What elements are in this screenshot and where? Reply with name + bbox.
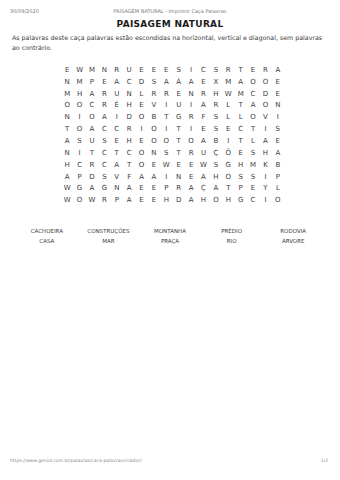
grid-cell: H <box>61 159 73 171</box>
grid-cell: X <box>210 76 222 88</box>
grid-cell: O <box>185 135 197 147</box>
word-item: CACHOEIRA <box>16 227 78 237</box>
grid-cell: N <box>61 76 73 88</box>
grid-cell: N <box>61 111 73 123</box>
grid-cell: E <box>148 159 160 171</box>
grid-cell: T <box>111 147 123 159</box>
grid-cell: M <box>247 159 259 171</box>
grid-cell: O <box>86 111 98 123</box>
grid-cell: A <box>247 100 259 112</box>
grid-cell: I <box>185 123 197 135</box>
word-column: PRÉDIORIO <box>201 227 263 247</box>
grid-cell: S <box>173 64 185 76</box>
grid-cell: E <box>160 64 172 76</box>
grid-cell: N <box>173 171 185 183</box>
word-item: ÁRVORE <box>262 237 324 247</box>
grid-cell: S <box>247 147 259 159</box>
grid-cell: E <box>148 182 160 194</box>
grid-cell: N <box>148 147 160 159</box>
grid-cell: N <box>111 182 123 194</box>
grid-cell: R <box>148 88 160 100</box>
grid-cell: U <box>197 147 209 159</box>
grid-cell: B <box>148 111 160 123</box>
grid-cell: N <box>272 100 284 112</box>
grid-cell: E <box>222 123 234 135</box>
grid-cell: H <box>123 100 135 112</box>
grid-cell: A <box>234 76 246 88</box>
grid-cell: A <box>185 182 197 194</box>
word-column: RODOVIAÁRVORE <box>262 227 324 247</box>
grid-cell: T <box>61 123 73 135</box>
grid-cell: S <box>148 76 160 88</box>
grid-cell: E <box>272 135 284 147</box>
grid-cell: C <box>98 123 110 135</box>
grid-cell: V <box>259 111 271 123</box>
grid-cell: E <box>185 171 197 183</box>
word-item: PRÉDIO <box>201 227 263 237</box>
grid-cell: M <box>61 88 73 100</box>
grid-cell: O <box>73 100 85 112</box>
grid-cell: M <box>86 64 98 76</box>
grid-cell: F <box>197 111 209 123</box>
grid-cell: A <box>123 182 135 194</box>
grid-cell: R <box>197 88 209 100</box>
grid-cell: A <box>86 182 98 194</box>
grid-cell: T <box>247 123 259 135</box>
grid-cell: E <box>111 135 123 147</box>
grid-cell: P <box>111 194 123 206</box>
grid-cell: O <box>73 123 85 135</box>
grid-cell: A <box>185 194 197 206</box>
grid-cell: R <box>185 147 197 159</box>
grid-cell: E <box>135 194 147 206</box>
grid-cell: Y <box>259 182 271 194</box>
grid-cell: A <box>111 76 123 88</box>
grid-cell: N <box>98 64 110 76</box>
grid-cell: V <box>111 171 123 183</box>
grid-cell: O <box>210 194 222 206</box>
grid-cell: Ç <box>197 182 209 194</box>
grid-cell: I <box>222 135 234 147</box>
grid-cell: A <box>197 100 209 112</box>
grid-cell: V <box>148 100 160 112</box>
grid-cell: C <box>98 159 110 171</box>
grid-cell: W <box>86 194 98 206</box>
grid-cell: E <box>197 123 209 135</box>
grid-cell: D <box>173 194 185 206</box>
footer-url: https://www.geniol.com.br/palavras/caca-… <box>10 458 142 463</box>
grid-cell: A <box>210 182 222 194</box>
grid-cell: A <box>86 88 98 100</box>
grid-cell: E <box>135 135 147 147</box>
grid-cell: R <box>98 100 110 112</box>
grid-cell: R <box>98 194 110 206</box>
grid-cell: M <box>73 76 85 88</box>
grid-cell: I <box>135 123 147 135</box>
grid-cell: E <box>272 76 284 88</box>
word-column: MONTANHAPRAÇA <box>139 227 201 247</box>
grid-cell: E <box>98 76 110 88</box>
grid-cell: O <box>259 76 271 88</box>
grid-cell: E <box>173 88 185 100</box>
grid-cell: I <box>185 100 197 112</box>
grid-cell: Á <box>173 76 185 88</box>
grid-cell: O <box>259 100 271 112</box>
grid-cell: E <box>61 64 73 76</box>
grid-cell: C <box>123 147 135 159</box>
grid-cell: Õ <box>222 147 234 159</box>
grid-cell: H <box>73 88 85 100</box>
grid-cell: C <box>111 123 123 135</box>
word-item: CONSTRUÇÕES <box>78 227 140 237</box>
grid-cell: B <box>210 135 222 147</box>
grid-cell: S <box>210 111 222 123</box>
grid-cell: C <box>234 123 246 135</box>
print-preview-page: 30/09/2020 PAISAGEM NATURAL - Imprimir C… <box>0 0 340 480</box>
grid-cell: S <box>160 147 172 159</box>
grid-cell: C <box>247 88 259 100</box>
grid-cell: D <box>259 88 271 100</box>
grid-cell: G <box>98 182 110 194</box>
word-item: MONTANHA <box>139 227 201 237</box>
grid-cell: A <box>272 64 284 76</box>
grid-cell: O <box>160 135 172 147</box>
grid-cell: P <box>234 182 246 194</box>
grid-cell: P <box>73 171 85 183</box>
grid-cell: O <box>135 147 147 159</box>
grid-cell: E <box>148 64 160 76</box>
grid-cell: I <box>259 171 271 183</box>
grid-cell: N <box>185 88 197 100</box>
grid-cell: L <box>222 111 234 123</box>
page-title: PAISAGEM NATURAL <box>0 19 340 29</box>
grid-cell: A <box>272 147 284 159</box>
word-item: RIO <box>201 237 263 247</box>
grid-cell: S <box>73 135 85 147</box>
grid-cell: R <box>259 64 271 76</box>
grid-cell: E <box>197 76 209 88</box>
grid-cell: R <box>86 159 98 171</box>
grid-cell: U <box>86 135 98 147</box>
grid-cell: O <box>272 194 284 206</box>
grid-cell: Ç <box>210 147 222 159</box>
grid-cell: I <box>73 111 85 123</box>
grid-cell: P <box>160 182 172 194</box>
grid-cell: S <box>210 123 222 135</box>
word-column: CACHOEIRACASA <box>16 227 78 247</box>
grid-cell: A <box>185 76 197 88</box>
grid-cell: L <box>234 111 246 123</box>
grid-cell: R <box>160 88 172 100</box>
grid-cell: A <box>61 171 73 183</box>
grid-cell: A <box>98 111 110 123</box>
grid-cell: I <box>272 111 284 123</box>
grid-cell: A <box>197 171 209 183</box>
grid-cell: U <box>123 64 135 76</box>
grid-cell: T <box>222 182 234 194</box>
grid-cell: C <box>123 76 135 88</box>
grid-cell: E <box>148 194 160 206</box>
grid-cell: A <box>61 135 73 147</box>
grid-cell: O <box>247 111 259 123</box>
grid-cell: I <box>259 123 271 135</box>
grid-cell: C <box>98 147 110 159</box>
grid-cell: L <box>247 135 259 147</box>
grid-cell: R <box>210 100 222 112</box>
grid-cell: R <box>185 111 197 123</box>
grid-cell: T <box>123 159 135 171</box>
grid-cell: I <box>160 171 172 183</box>
grid-cell: S <box>210 159 222 171</box>
word-item: RODOVIA <box>262 227 324 237</box>
grid-cell: A <box>197 135 209 147</box>
grid-cell: T <box>160 111 172 123</box>
grid-cell: H <box>234 159 246 171</box>
grid-cell: S <box>247 171 259 183</box>
grid-cell: A <box>259 135 271 147</box>
grid-cell: M <box>234 88 246 100</box>
grid-cell: R <box>222 64 234 76</box>
grid-cell: C <box>86 100 98 112</box>
grid-cell: E <box>135 182 147 194</box>
grid-cell: D <box>86 171 98 183</box>
grid-cell: T <box>234 64 246 76</box>
grid-cell: E <box>234 147 246 159</box>
grid-cell: A <box>148 171 160 183</box>
grid-cell: R <box>98 88 110 100</box>
puzzle-instructions: As palavras deste caça palavras estão es… <box>12 33 327 52</box>
grid-cell: T <box>173 135 185 147</box>
grid-cell: O <box>135 159 147 171</box>
grid-cell: S <box>272 123 284 135</box>
grid-cell: L <box>222 100 234 112</box>
grid-cell: I <box>111 111 123 123</box>
grid-cell: U <box>173 100 185 112</box>
grid-cell: W <box>73 64 85 76</box>
grid-cell: K <box>259 159 271 171</box>
grid-cell: T <box>86 147 98 159</box>
grid-cell: H <box>160 194 172 206</box>
grid-cell: O <box>73 194 85 206</box>
grid-cell: O <box>222 171 234 183</box>
grid-cell: O <box>135 111 147 123</box>
grid-cell: W <box>222 88 234 100</box>
grid-cell: B <box>272 159 284 171</box>
grid-cell: W <box>160 159 172 171</box>
grid-cell: A <box>123 194 135 206</box>
grid-cell: E <box>135 100 147 112</box>
word-list: CACHOEIRACASACONSTRUÇÕESMARMONTANHAPRAÇA… <box>16 227 324 247</box>
grid-cell: H <box>222 194 234 206</box>
grid-cell: C <box>197 64 209 76</box>
grid-cell: M <box>222 76 234 88</box>
grid-cell: E <box>185 159 197 171</box>
grid-cell: É <box>111 100 123 112</box>
grid-cell: O <box>61 100 73 112</box>
grid-cell: A <box>111 159 123 171</box>
header-document-title: PAISAGEM NATURAL - Imprimir Caça Palavra… <box>0 8 340 14</box>
grid-cell: U <box>111 88 123 100</box>
grid-cell: F <box>123 171 135 183</box>
grid-cell: I <box>160 100 172 112</box>
grid-cell: W <box>197 159 209 171</box>
grid-cell: I <box>160 123 172 135</box>
grid-cell: W <box>61 182 73 194</box>
grid-cell: A <box>86 123 98 135</box>
grid-cell: E <box>247 64 259 76</box>
word-search-grid: EWMNRUEEESICSRTERANMPEACDSAÁAEXMAOOEMHAR… <box>61 64 284 206</box>
grid-cell: H <box>197 194 209 206</box>
footer-page-number: 1/2 <box>321 458 328 463</box>
grid-cell: D <box>135 76 147 88</box>
grid-cell: I <box>259 194 271 206</box>
grid-cell: H <box>210 88 222 100</box>
grid-cell: A <box>160 76 172 88</box>
grid-cell: E <box>173 159 185 171</box>
grid-cell: O <box>247 76 259 88</box>
grid-cell: H <box>210 171 222 183</box>
grid-cell: G <box>73 182 85 194</box>
word-column: CONSTRUÇÕESMAR <box>78 227 140 247</box>
grid-cell: P <box>272 171 284 183</box>
word-item: MAR <box>78 237 140 247</box>
word-item: CASA <box>16 237 78 247</box>
grid-cell: L <box>272 182 284 194</box>
grid-cell: T <box>173 147 185 159</box>
grid-cell: T <box>173 123 185 135</box>
grid-cell: C <box>73 159 85 171</box>
grid-cell: L <box>135 88 147 100</box>
grid-cell: E <box>247 182 259 194</box>
grid-cell: S <box>98 135 110 147</box>
grid-cell: S <box>210 64 222 76</box>
grid-cell: I <box>73 147 85 159</box>
grid-cell: G <box>234 194 246 206</box>
word-item: PRAÇA <box>139 237 201 247</box>
grid-cell: N <box>61 147 73 159</box>
grid-cell: I <box>185 64 197 76</box>
grid-cell: R <box>173 182 185 194</box>
grid-cell: O <box>148 123 160 135</box>
grid-cell: C <box>247 194 259 206</box>
grid-cell: G <box>173 111 185 123</box>
grid-cell: D <box>123 111 135 123</box>
grid-cell: W <box>61 194 73 206</box>
grid-cell: A <box>135 171 147 183</box>
grid-cell: T <box>234 135 246 147</box>
grid-cell: H <box>259 147 271 159</box>
grid-cell: G <box>222 159 234 171</box>
grid-cell: P <box>86 76 98 88</box>
grid-cell: O <box>148 135 160 147</box>
grid-cell: E <box>272 88 284 100</box>
grid-cell: E <box>135 64 147 76</box>
grid-cell: R <box>123 123 135 135</box>
grid-cell: R <box>111 64 123 76</box>
grid-cell: S <box>98 171 110 183</box>
grid-cell: H <box>123 135 135 147</box>
grid-cell: T <box>234 100 246 112</box>
grid-cell: N <box>123 88 135 100</box>
grid-cell: S <box>234 171 246 183</box>
